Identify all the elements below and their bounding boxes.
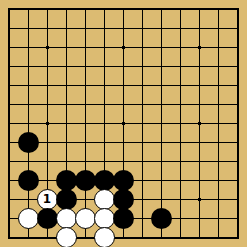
go-board[interactable]: 1 xyxy=(0,0,247,247)
white-stone xyxy=(18,208,39,229)
move-number-label: 1 xyxy=(43,193,51,205)
white-stone xyxy=(75,208,96,229)
black-stone xyxy=(113,170,134,191)
black-stone xyxy=(56,170,77,191)
black-stone xyxy=(37,208,58,229)
stones-layer: 1 xyxy=(0,0,247,247)
black-stone xyxy=(113,189,134,210)
white-stone xyxy=(56,227,77,247)
white-stone: 1 xyxy=(37,189,58,210)
black-stone xyxy=(75,170,96,191)
go-diagram: 1 xyxy=(0,0,247,247)
black-stone xyxy=(56,189,77,210)
black-stone xyxy=(113,208,134,229)
black-stone xyxy=(94,170,115,191)
white-stone xyxy=(94,189,115,210)
white-stone xyxy=(56,208,77,229)
white-stone xyxy=(94,227,115,247)
black-stone xyxy=(18,170,39,191)
black-stone xyxy=(151,208,172,229)
black-stone xyxy=(18,132,39,153)
white-stone xyxy=(94,208,115,229)
